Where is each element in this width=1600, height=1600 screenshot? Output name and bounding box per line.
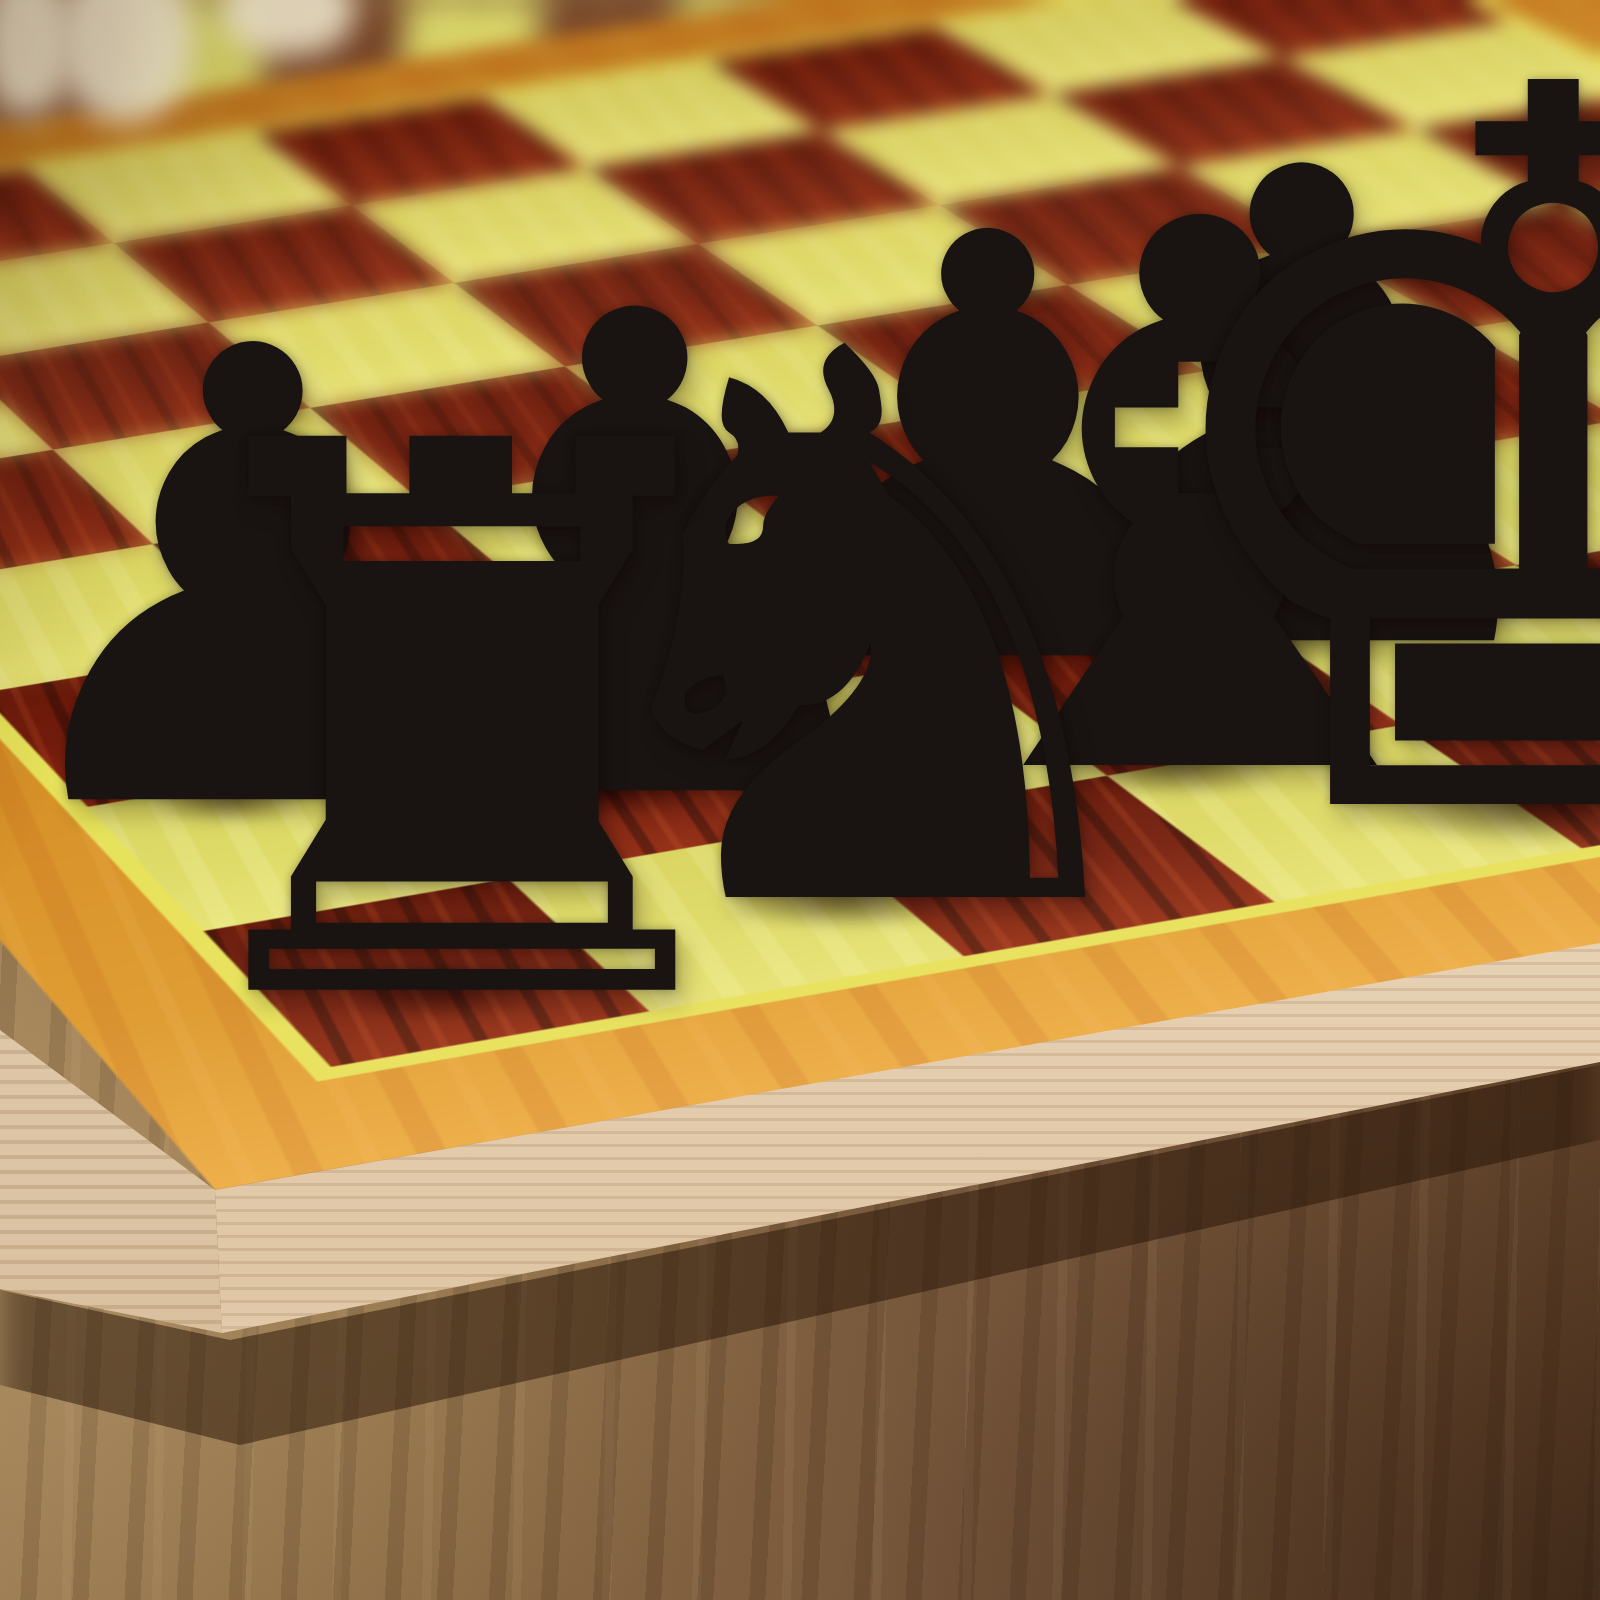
black-rook-h8[interactable]: ♜ bbox=[122, 348, 802, 1106]
chess-photo-scene: ♟♟♝♟♟♚♞♜ bbox=[0, 0, 1600, 1600]
